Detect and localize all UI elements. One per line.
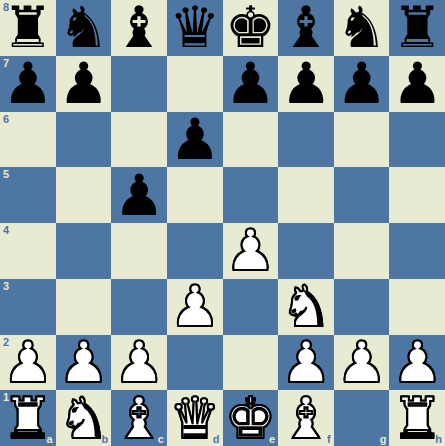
piece-black-bishop[interactable]: ♝: [280, 0, 331, 55]
piece-black-knight[interactable]: ♞: [58, 0, 109, 55]
square-c1[interactable]: c♝: [111, 390, 167, 446]
piece-black-pawn[interactable]: ♟: [114, 168, 165, 223]
piece-white-pawn[interactable]: ♟: [225, 223, 276, 278]
square-d5[interactable]: [167, 167, 223, 223]
square-b4[interactable]: [56, 223, 112, 279]
square-c4[interactable]: [111, 223, 167, 279]
chess-board: 8♜♞♝♛♚♝♞♜7♟♟♟♟♟♟6♟5♟4♟3♟♞2♟♟♟♟♟♟1a♜b♞c♝d…: [0, 0, 445, 446]
square-e4[interactable]: ♟: [223, 223, 279, 279]
square-d4[interactable]: [167, 223, 223, 279]
square-f7[interactable]: ♟: [278, 56, 334, 112]
square-a7[interactable]: 7♟: [0, 56, 56, 112]
square-b3[interactable]: [56, 279, 112, 335]
square-f1[interactable]: f♝: [278, 390, 334, 446]
square-c7[interactable]: [111, 56, 167, 112]
square-d8[interactable]: ♛: [167, 0, 223, 56]
piece-white-pawn[interactable]: ♟: [392, 335, 443, 390]
square-e8[interactable]: ♚: [223, 0, 279, 56]
square-b8[interactable]: ♞: [56, 0, 112, 56]
square-d7[interactable]: [167, 56, 223, 112]
piece-white-bishop[interactable]: ♝: [280, 391, 331, 446]
piece-white-pawn[interactable]: ♟: [336, 335, 387, 390]
square-h4[interactable]: [389, 223, 445, 279]
square-c3[interactable]: [111, 279, 167, 335]
piece-black-pawn[interactable]: ♟: [336, 56, 387, 111]
square-b2[interactable]: ♟: [56, 335, 112, 391]
piece-white-rook[interactable]: ♜: [2, 391, 53, 446]
piece-black-queen[interactable]: ♛: [169, 0, 220, 55]
square-g7[interactable]: ♟: [334, 56, 390, 112]
piece-white-king[interactable]: ♚: [225, 391, 276, 446]
square-f5[interactable]: [278, 167, 334, 223]
rank-label-5: 5: [3, 168, 9, 180]
piece-black-knight[interactable]: ♞: [336, 0, 387, 55]
square-a4[interactable]: 4: [0, 223, 56, 279]
piece-black-pawn[interactable]: ♟: [169, 112, 220, 167]
rank-label-4: 4: [3, 224, 9, 236]
square-b5[interactable]: [56, 167, 112, 223]
square-h6[interactable]: [389, 112, 445, 168]
square-g2[interactable]: ♟: [334, 335, 390, 391]
piece-white-rook[interactable]: ♜: [392, 391, 443, 446]
square-b7[interactable]: ♟: [56, 56, 112, 112]
piece-black-pawn[interactable]: ♟: [280, 56, 331, 111]
piece-black-rook[interactable]: ♜: [392, 0, 443, 55]
square-f6[interactable]: [278, 112, 334, 168]
square-b1[interactable]: b♞: [56, 390, 112, 446]
square-f3[interactable]: ♞: [278, 279, 334, 335]
square-c5[interactable]: ♟: [111, 167, 167, 223]
piece-white-pawn[interactable]: ♟: [169, 279, 220, 334]
piece-black-king[interactable]: ♚: [225, 0, 276, 55]
square-g5[interactable]: [334, 167, 390, 223]
piece-black-pawn[interactable]: ♟: [58, 56, 109, 111]
piece-white-pawn[interactable]: ♟: [114, 335, 165, 390]
square-a1[interactable]: 1a♜: [0, 390, 56, 446]
square-g6[interactable]: [334, 112, 390, 168]
piece-black-pawn[interactable]: ♟: [225, 56, 276, 111]
square-h5[interactable]: [389, 167, 445, 223]
square-h3[interactable]: [389, 279, 445, 335]
square-a6[interactable]: 6: [0, 112, 56, 168]
file-label-g: g: [380, 433, 387, 445]
square-b6[interactable]: [56, 112, 112, 168]
square-c6[interactable]: [111, 112, 167, 168]
piece-black-rook[interactable]: ♜: [2, 0, 53, 55]
square-c8[interactable]: ♝: [111, 0, 167, 56]
square-e6[interactable]: [223, 112, 279, 168]
square-a2[interactable]: 2♟: [0, 335, 56, 391]
square-e1[interactable]: e♚: [223, 390, 279, 446]
square-a3[interactable]: 3: [0, 279, 56, 335]
piece-white-pawn[interactable]: ♟: [280, 335, 331, 390]
piece-white-bishop[interactable]: ♝: [114, 391, 165, 446]
square-c2[interactable]: ♟: [111, 335, 167, 391]
piece-white-knight[interactable]: ♞: [58, 391, 109, 446]
square-a5[interactable]: 5: [0, 167, 56, 223]
square-d2[interactable]: [167, 335, 223, 391]
square-g8[interactable]: ♞: [334, 0, 390, 56]
square-h8[interactable]: ♜: [389, 0, 445, 56]
rank-label-3: 3: [3, 280, 9, 292]
square-h1[interactable]: h♜: [389, 390, 445, 446]
square-f8[interactable]: ♝: [278, 0, 334, 56]
square-g3[interactable]: [334, 279, 390, 335]
square-e3[interactable]: [223, 279, 279, 335]
square-f4[interactable]: [278, 223, 334, 279]
square-e5[interactable]: [223, 167, 279, 223]
square-g1[interactable]: g: [334, 390, 390, 446]
square-d3[interactable]: ♟: [167, 279, 223, 335]
piece-white-knight[interactable]: ♞: [280, 279, 331, 334]
square-e7[interactable]: ♟: [223, 56, 279, 112]
square-h2[interactable]: ♟: [389, 335, 445, 391]
piece-black-bishop[interactable]: ♝: [114, 0, 165, 55]
square-d6[interactable]: ♟: [167, 112, 223, 168]
square-a8[interactable]: 8♜: [0, 0, 56, 56]
square-f2[interactable]: ♟: [278, 335, 334, 391]
square-d1[interactable]: d♛: [167, 390, 223, 446]
square-g4[interactable]: [334, 223, 390, 279]
piece-black-pawn[interactable]: ♟: [2, 56, 53, 111]
piece-white-pawn[interactable]: ♟: [2, 335, 53, 390]
piece-black-pawn[interactable]: ♟: [392, 56, 443, 111]
square-h7[interactable]: ♟: [389, 56, 445, 112]
square-e2[interactable]: [223, 335, 279, 391]
piece-white-queen[interactable]: ♛: [169, 391, 220, 446]
piece-white-pawn[interactable]: ♟: [58, 335, 109, 390]
